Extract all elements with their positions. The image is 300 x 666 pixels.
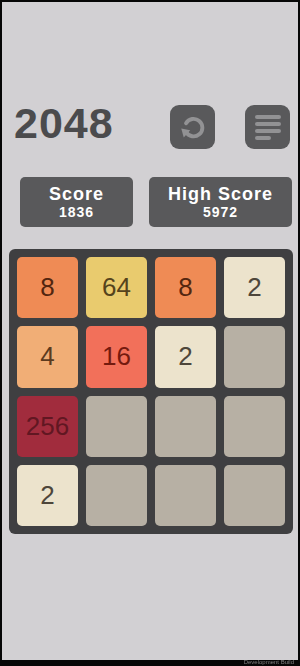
empty-cell — [86, 465, 147, 526]
score-value: 1836 — [59, 204, 94, 220]
tile-256: 256 — [17, 396, 78, 457]
menu-button[interactable] — [245, 105, 290, 149]
empty-cell — [224, 465, 285, 526]
empty-cell — [86, 396, 147, 457]
menu-lines-icon — [255, 115, 281, 140]
board-grid[interactable]: 8648241622562 — [9, 249, 293, 534]
high-score-box: High Score 5972 — [149, 177, 292, 227]
phone-screen: 2048 Score 1836 High Score 5972 86482416… — [0, 0, 300, 666]
tile-8: 8 — [17, 257, 78, 318]
high-score-value: 5972 — [203, 204, 238, 220]
app-title: 2048 — [14, 102, 114, 145]
empty-cell — [155, 396, 216, 457]
tile-16: 16 — [86, 326, 147, 387]
tile-2: 2 — [224, 257, 285, 318]
tile-64: 64 — [86, 257, 147, 318]
high-score-label: High Score — [168, 184, 273, 205]
restart-button[interactable] — [170, 105, 215, 149]
empty-cell — [224, 326, 285, 387]
watermark: Development Build — [244, 659, 294, 665]
restart-circular-arrow-icon — [178, 112, 208, 142]
tile-2: 2 — [17, 465, 78, 526]
tile-8: 8 — [155, 257, 216, 318]
empty-cell — [155, 465, 216, 526]
score-box: Score 1836 — [20, 177, 133, 227]
empty-cell — [224, 396, 285, 457]
tile-2: 2 — [155, 326, 216, 387]
tile-4: 4 — [17, 326, 78, 387]
score-label: Score — [49, 184, 104, 205]
